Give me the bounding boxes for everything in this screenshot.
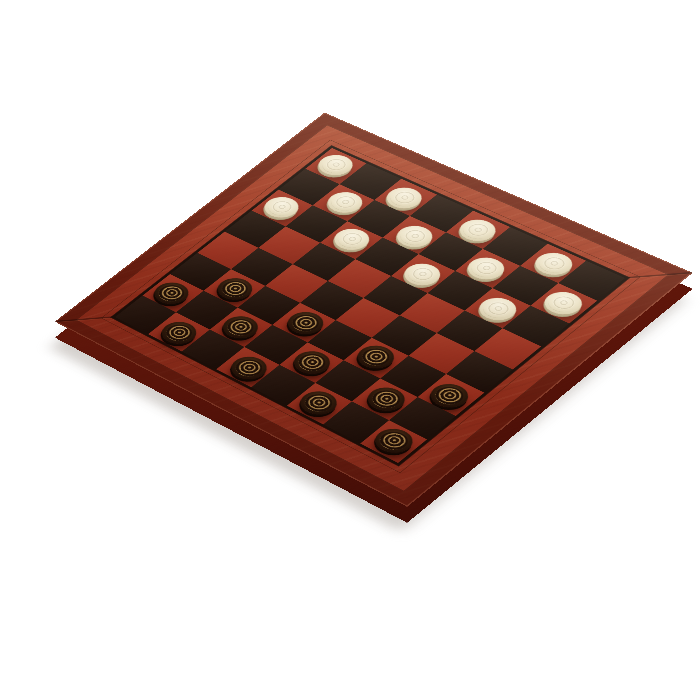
- board-top-surface: [55, 113, 693, 507]
- photo-canvas: [0, 0, 700, 700]
- checkers-board: [55, 113, 693, 507]
